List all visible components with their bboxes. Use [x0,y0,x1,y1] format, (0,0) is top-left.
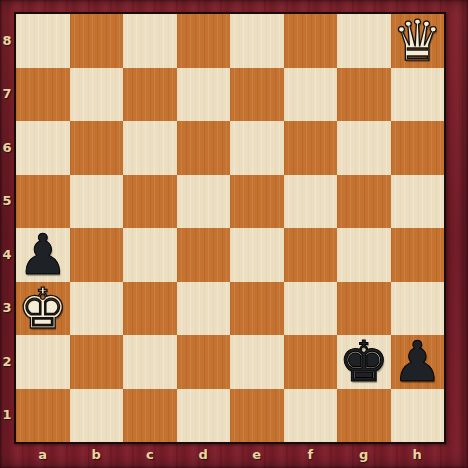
rank-label-5: 5 [0,193,14,209]
square-f4[interactable] [284,228,338,282]
square-a6[interactable] [16,121,70,175]
file-label-e: e [247,447,267,462]
square-h8[interactable]: ♛ [391,14,445,68]
file-label-f: f [300,447,320,462]
square-c7[interactable] [123,68,177,122]
square-h1[interactable] [391,389,445,443]
square-d7[interactable] [177,68,231,122]
square-f1[interactable] [284,389,338,443]
square-e4[interactable] [230,228,284,282]
rank-label-4: 4 [0,247,14,263]
file-label-a: a [33,447,53,462]
square-a1[interactable] [16,389,70,443]
square-a4[interactable]: ♟ [16,228,70,282]
square-d3[interactable] [177,282,231,336]
file-label-b: b [86,447,106,462]
square-g7[interactable] [337,68,391,122]
black-pawn[interactable]: ♟ [392,335,442,389]
square-d8[interactable] [177,14,231,68]
square-h3[interactable] [391,282,445,336]
square-c1[interactable] [123,389,177,443]
square-f8[interactable] [284,14,338,68]
square-c3[interactable] [123,282,177,336]
square-g1[interactable] [337,389,391,443]
square-b7[interactable] [70,68,124,122]
file-label-c: c [140,447,160,462]
square-b2[interactable] [70,335,124,389]
square-e8[interactable] [230,14,284,68]
square-b3[interactable] [70,282,124,336]
rank-label-7: 7 [0,86,14,102]
board-frame: ♛♟♚♚♟ [14,12,446,444]
rank-label-1: 1 [0,407,14,423]
square-b1[interactable] [70,389,124,443]
square-f5[interactable] [284,175,338,229]
chess-board: ♛♟♚♚♟ [16,14,444,442]
square-a7[interactable] [16,68,70,122]
square-c8[interactable] [123,14,177,68]
square-c2[interactable] [123,335,177,389]
square-f2[interactable] [284,335,338,389]
file-label-d: d [193,447,213,462]
square-e6[interactable] [230,121,284,175]
square-f7[interactable] [284,68,338,122]
square-g2[interactable]: ♚ [337,335,391,389]
square-g6[interactable] [337,121,391,175]
square-e7[interactable] [230,68,284,122]
square-d1[interactable] [177,389,231,443]
square-a5[interactable] [16,175,70,229]
black-king[interactable]: ♚ [339,335,389,389]
black-pawn[interactable]: ♟ [18,228,68,282]
rank-label-6: 6 [0,140,14,156]
square-a8[interactable] [16,14,70,68]
square-e1[interactable] [230,389,284,443]
rank-label-8: 8 [0,33,14,49]
file-label-h: h [407,447,427,462]
square-f3[interactable] [284,282,338,336]
file-label-g: g [354,447,374,462]
square-c6[interactable] [123,121,177,175]
square-c4[interactable] [123,228,177,282]
square-g3[interactable] [337,282,391,336]
square-h4[interactable] [391,228,445,282]
square-g5[interactable] [337,175,391,229]
square-g8[interactable] [337,14,391,68]
square-b6[interactable] [70,121,124,175]
square-d2[interactable] [177,335,231,389]
square-d6[interactable] [177,121,231,175]
square-d5[interactable] [177,175,231,229]
white-king[interactable]: ♚ [18,282,68,336]
square-e3[interactable] [230,282,284,336]
rank-label-3: 3 [0,300,14,316]
square-b5[interactable] [70,175,124,229]
square-h2[interactable]: ♟ [391,335,445,389]
square-a2[interactable] [16,335,70,389]
square-e5[interactable] [230,175,284,229]
square-h5[interactable] [391,175,445,229]
square-g4[interactable] [337,228,391,282]
square-h6[interactable] [391,121,445,175]
square-d4[interactable] [177,228,231,282]
square-b8[interactable] [70,14,124,68]
square-e2[interactable] [230,335,284,389]
square-h7[interactable] [391,68,445,122]
square-c5[interactable] [123,175,177,229]
white-queen[interactable]: ♛ [392,14,442,68]
square-f6[interactable] [284,121,338,175]
rank-label-2: 2 [0,354,14,370]
square-a3[interactable]: ♚ [16,282,70,336]
square-b4[interactable] [70,228,124,282]
